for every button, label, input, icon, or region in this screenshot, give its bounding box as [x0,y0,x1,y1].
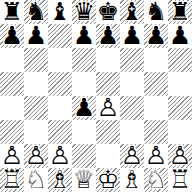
square-f5[interactable] [120,72,144,96]
square-e1[interactable]: ♚♔ [96,168,120,192]
white-rook-icon: ♖ [168,168,192,192]
piece-mask: ♟ [72,96,96,120]
white-knight-icon: ♘ [144,168,168,192]
square-c2[interactable]: ♟♙ [48,144,72,168]
square-h1[interactable]: ♜♖ [168,168,192,192]
square-b7[interactable]: ♟♟ [24,24,48,48]
square-g4[interactable] [144,96,168,120]
square-g1[interactable]: ♞♘ [144,168,168,192]
square-a8[interactable]: ♜♜ [0,0,24,24]
square-c4[interactable] [48,96,72,120]
square-f8[interactable]: ♝♝ [120,0,144,24]
square-a5[interactable] [0,72,24,96]
square-c8[interactable]: ♝♝ [48,0,72,24]
piece-mask: ♟ [120,24,144,48]
black-knight-icon: ♞ [144,0,168,24]
square-b5[interactable] [24,72,48,96]
black-pawn-icon: ♟ [72,96,96,120]
black-bishop-icon: ♝ [120,0,144,24]
square-h5[interactable] [168,72,192,96]
white-queen-icon: ♕ [72,168,96,192]
square-a1[interactable]: ♜♖ [0,168,24,192]
piece-mask: ♞ [144,168,168,192]
black-pawn-icon: ♟ [0,24,24,48]
square-a2[interactable]: ♟♙ [0,144,24,168]
square-a3[interactable] [0,120,24,144]
square-c1[interactable]: ♝♗ [48,168,72,192]
square-h2[interactable]: ♟♙ [168,144,192,168]
square-f6[interactable] [120,48,144,72]
white-pawn-icon: ♙ [120,144,144,168]
square-e7[interactable]: ♟♟ [96,24,120,48]
piece-mask: ♟ [0,24,24,48]
chess-board: ♜♜♞♞♝♝♛♛♚♚♝♝♞♞♜♜♟♟♟♟♟♟♟♟♟♟♟♟♟♟♟♟♟♙♟♙♟♙♟♙… [0,0,192,192]
piece-mask: ♟ [120,144,144,168]
square-e5[interactable] [96,72,120,96]
square-f7[interactable]: ♟♟ [120,24,144,48]
white-bishop-icon: ♗ [120,168,144,192]
square-f3[interactable] [120,120,144,144]
piece-mask: ♟ [24,144,48,168]
black-rook-icon: ♜ [0,0,24,24]
piece-mask: ♞ [24,0,48,24]
black-queen-icon: ♛ [72,0,96,24]
black-pawn-icon: ♟ [168,24,192,48]
piece-mask: ♟ [168,144,192,168]
black-king-icon: ♚ [96,0,120,24]
square-c7[interactable] [48,24,72,48]
piece-mask: ♟ [168,24,192,48]
square-d2[interactable] [72,144,96,168]
white-rook-icon: ♖ [0,168,24,192]
square-c6[interactable] [48,48,72,72]
piece-mask: ♜ [168,168,192,192]
white-pawn-icon: ♙ [0,144,24,168]
square-b1[interactable]: ♞♘ [24,168,48,192]
piece-mask: ♛ [72,0,96,24]
white-pawn-icon: ♙ [96,96,120,120]
square-h6[interactable] [168,48,192,72]
square-f4[interactable] [120,96,144,120]
white-pawn-icon: ♙ [48,144,72,168]
white-king-icon: ♔ [96,168,120,192]
square-d1[interactable]: ♛♕ [72,168,96,192]
piece-mask: ♜ [0,0,24,24]
piece-mask: ♟ [144,144,168,168]
square-g3[interactable] [144,120,168,144]
square-b3[interactable] [24,120,48,144]
white-pawn-icon: ♙ [144,144,168,168]
piece-mask: ♟ [144,24,168,48]
square-d5[interactable] [72,72,96,96]
square-h8[interactable]: ♜♜ [168,0,192,24]
square-g5[interactable] [144,72,168,96]
square-e3[interactable] [96,120,120,144]
square-h4[interactable] [168,96,192,120]
square-h3[interactable] [168,120,192,144]
square-d3[interactable] [72,120,96,144]
piece-mask: ♜ [168,0,192,24]
piece-mask: ♟ [24,24,48,48]
black-knight-icon: ♞ [24,0,48,24]
square-g7[interactable]: ♟♟ [144,24,168,48]
piece-mask: ♞ [24,168,48,192]
square-e6[interactable] [96,48,120,72]
white-pawn-icon: ♙ [24,144,48,168]
black-pawn-icon: ♟ [24,24,48,48]
piece-mask: ♟ [48,144,72,168]
piece-mask: ♚ [96,168,120,192]
black-bishop-icon: ♝ [48,0,72,24]
square-e2[interactable] [96,144,120,168]
square-g6[interactable] [144,48,168,72]
white-knight-icon: ♘ [24,168,48,192]
black-pawn-icon: ♟ [144,24,168,48]
piece-mask: ♛ [72,168,96,192]
piece-mask: ♝ [48,0,72,24]
square-b2[interactable]: ♟♙ [24,144,48,168]
square-c5[interactable] [48,72,72,96]
piece-mask: ♞ [144,0,168,24]
square-f2[interactable]: ♟♙ [120,144,144,168]
square-b6[interactable] [24,48,48,72]
white-bishop-icon: ♗ [48,168,72,192]
piece-mask: ♟ [72,24,96,48]
square-f1[interactable]: ♝♗ [120,168,144,192]
piece-mask: ♟ [0,144,24,168]
black-pawn-icon: ♟ [96,24,120,48]
piece-mask: ♝ [48,168,72,192]
square-g8[interactable]: ♞♞ [144,0,168,24]
black-pawn-icon: ♟ [72,24,96,48]
square-e4[interactable]: ♟♙ [96,96,120,120]
square-a6[interactable] [0,48,24,72]
white-pawn-icon: ♙ [168,144,192,168]
square-d8[interactable]: ♛♛ [72,0,96,24]
piece-mask: ♜ [0,168,24,192]
square-b8[interactable]: ♞♞ [24,0,48,24]
square-d4[interactable]: ♟♟ [72,96,96,120]
black-rook-icon: ♜ [168,0,192,24]
black-pawn-icon: ♟ [120,24,144,48]
square-a7[interactable]: ♟♟ [0,24,24,48]
piece-mask: ♝ [120,168,144,192]
piece-mask: ♟ [96,96,120,120]
square-b4[interactable] [24,96,48,120]
square-c3[interactable] [48,120,72,144]
square-d7[interactable]: ♟♟ [72,24,96,48]
square-g2[interactable]: ♟♙ [144,144,168,168]
square-a4[interactable] [0,96,24,120]
piece-mask: ♚ [96,0,120,24]
piece-mask: ♝ [120,0,144,24]
piece-mask: ♟ [96,24,120,48]
square-h7[interactable]: ♟♟ [168,24,192,48]
square-d6[interactable] [72,48,96,72]
square-e8[interactable]: ♚♚ [96,0,120,24]
